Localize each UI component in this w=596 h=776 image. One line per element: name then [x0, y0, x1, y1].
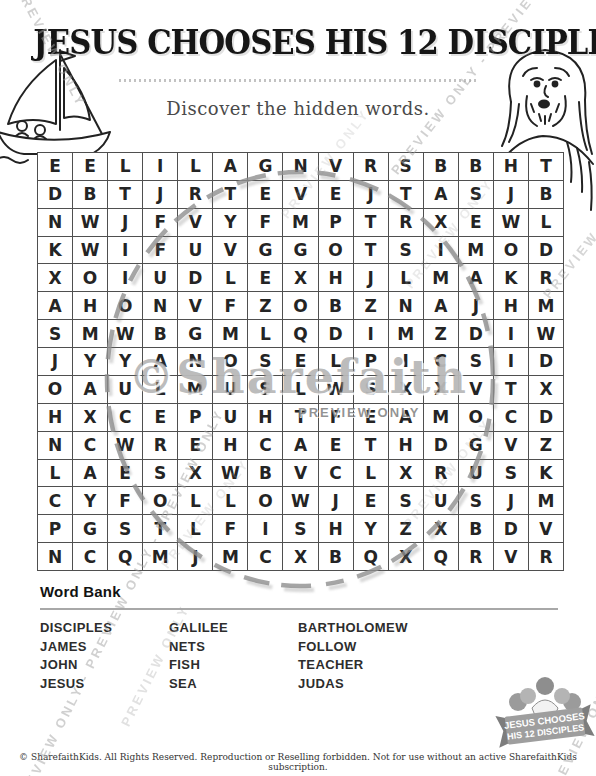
grid-cell-r5c11[interactable]: L [389, 264, 424, 292]
word-teacher[interactable]: TEACHER [298, 656, 408, 675]
grid-cell-r8c5[interactable]: N [178, 348, 213, 376]
grid-cell-r5c14[interactable]: K [494, 264, 529, 292]
grid-cell-r11c13[interactable]: G [459, 432, 494, 460]
grid-cell-r13c3[interactable]: F [108, 487, 143, 515]
grid-cell-r11c12[interactable]: D [424, 432, 459, 460]
grid-cell-r6c13[interactable]: J [459, 292, 494, 320]
grid-cell-r10c8[interactable]: T [283, 404, 318, 432]
grid-cell-r15c5[interactable]: J [178, 543, 213, 571]
grid-cell-r11c14[interactable]: V [494, 432, 529, 460]
grid-cell-r15c12[interactable]: Q [424, 543, 459, 571]
grid-cell-r3c2[interactable]: W [73, 209, 108, 237]
grid-cell-r14c6[interactable]: F [213, 515, 248, 543]
word-james[interactable]: JAMES [40, 638, 169, 657]
grid-cell-r1c8[interactable]: N [283, 153, 318, 181]
grid-cell-r13c7[interactable]: O [248, 487, 283, 515]
grid-cell-r6c9[interactable]: B [319, 292, 354, 320]
grid-cell-r5c6[interactable]: L [213, 264, 248, 292]
grid-cell-r15c8[interactable]: X [283, 543, 318, 571]
grid-cell-r13c11[interactable]: S [389, 487, 424, 515]
grid-cell-r7c5[interactable]: G [178, 320, 213, 348]
worksheet-page: PREVIEW ONLY PREVIEW ONLY - PREVIEW ONLY… [0, 0, 596, 776]
grid-cell-r10c11[interactable]: A [389, 404, 424, 432]
grid-cell-r3c10[interactable]: T [354, 209, 389, 237]
grid-cell-r3c9[interactable]: P [319, 209, 354, 237]
grid-cell-r12c5[interactable]: X [178, 460, 213, 488]
grid-cell-r2c14[interactable]: J [494, 181, 529, 209]
grid-cell-r9c4[interactable]: L [143, 376, 178, 404]
grid-cell-r4c1[interactable]: K [38, 237, 73, 265]
grid-cell-r10c9[interactable]: F [319, 404, 354, 432]
grid-cell-r6c2[interactable]: H [73, 292, 108, 320]
word-fish[interactable]: FISH [169, 656, 298, 675]
grid-cell-r3c5[interactable]: V [178, 209, 213, 237]
dotted-divider [119, 79, 479, 82]
grid-cell-r11c4[interactable]: R [143, 432, 178, 460]
grid-cell-r15c6[interactable]: M [213, 543, 248, 571]
grid-cell-r1c14[interactable]: H [494, 153, 529, 181]
word-search-grid: EELILAGNVRSBBHTDBTJRTEVEJTASJBNWJFVYFMPT… [37, 152, 564, 571]
grid-cell-r7c6[interactable]: M [213, 320, 248, 348]
grid-cell-r11c8[interactable]: A [283, 432, 318, 460]
grid-cell-r7c10[interactable]: I [354, 320, 389, 348]
grid-cell-r2c15[interactable]: B [529, 181, 564, 209]
grid-cell-r15c3[interactable]: Q [108, 543, 143, 571]
grid-cell-r14c2[interactable]: G [73, 515, 108, 543]
grid-cell-r6c14[interactable]: H [494, 292, 529, 320]
grid-cell-r9c6[interactable]: U [213, 376, 248, 404]
grid-cell-r12c6[interactable]: W [213, 460, 248, 488]
grid-cell-r12c8[interactable]: V [283, 460, 318, 488]
grid-cell-r13c10[interactable]: E [354, 487, 389, 515]
grid-cell-r3c15[interactable]: L [529, 209, 564, 237]
grid-cell-r2c10[interactable]: J [354, 181, 389, 209]
grid-cell-r10c12[interactable]: M [424, 404, 459, 432]
grid-cell-r10c6[interactable]: U [213, 404, 248, 432]
grid-cell-r9c15[interactable]: X [529, 376, 564, 404]
grid-cell-r13c12[interactable]: U [424, 487, 459, 515]
grid-cell-r12c15[interactable]: K [529, 460, 564, 488]
grid-cell-r6c10[interactable]: Z [354, 292, 389, 320]
grid-cell-r14c15[interactable]: V [529, 515, 564, 543]
word-bank-section: Word Bank DISCIPLESJAMESJOHNJESUSGALILEE… [40, 583, 558, 693]
grid-cell-r10c10[interactable]: E [354, 404, 389, 432]
grid-cell-r15c14[interactable]: V [494, 543, 529, 571]
grid-cell-r7c1[interactable]: S [38, 320, 73, 348]
grid-cell-r12c1[interactable]: L [38, 460, 73, 488]
word-jesus[interactable]: JESUS [40, 675, 169, 694]
word-bank-heading: Word Bank [40, 583, 558, 600]
grid-cell-r14c12[interactable]: X [424, 515, 459, 543]
grid-cell-r1c13[interactable]: B [459, 153, 494, 181]
grid-cell-r1c2[interactable]: E [73, 153, 108, 181]
grid-cell-r10c15[interactable]: D [529, 404, 564, 432]
copyright-footer: © SharefaithKids. All Rights Reserved. R… [0, 752, 596, 772]
grid-cell-r7c9[interactable]: D [319, 320, 354, 348]
grid-cell-r4c2[interactable]: W [73, 237, 108, 265]
word-bank-rule [40, 608, 558, 610]
grid-cell-r13c5[interactable]: L [178, 487, 213, 515]
grid-cell-r11c7[interactable]: C [248, 432, 283, 460]
grid-cell-r4c11[interactable]: S [389, 237, 424, 265]
grid-cell-r10c14[interactable]: C [494, 404, 529, 432]
grid-cell-r14c3[interactable]: S [108, 515, 143, 543]
grid-cell-r12c14[interactable]: S [494, 460, 529, 488]
grid-cell-r12c9[interactable]: C [319, 460, 354, 488]
grid-cell-r3c13[interactable]: E [459, 209, 494, 237]
grid-cell-r2c9[interactable]: E [319, 181, 354, 209]
grid-cell-r2c6[interactable]: T [213, 181, 248, 209]
grid-cell-r4c8[interactable]: G [283, 237, 318, 265]
grid-cell-r8c15[interactable]: D [529, 348, 564, 376]
grid-cell-r12c13[interactable]: U [459, 460, 494, 488]
grid-cell-r13c6[interactable]: L [213, 487, 248, 515]
grid-cell-r11c5[interactable]: E [178, 432, 213, 460]
grid-cell-r1c9[interactable]: V [319, 153, 354, 181]
word-bartholomew[interactable]: BARTHOLOMEW [298, 619, 408, 638]
grid-cell-r5c3[interactable]: I [108, 264, 143, 292]
grid-cell-r8c1[interactable]: J [38, 348, 73, 376]
grid-cell-r8c12[interactable]: C [424, 348, 459, 376]
grid-cell-r1c5[interactable]: L [178, 153, 213, 181]
grid-cell-r10c3[interactable]: C [108, 404, 143, 432]
grid-cell-r5c15[interactable]: R [529, 264, 564, 292]
word-nets[interactable]: NETS [169, 638, 298, 657]
grid-cell-r13c14[interactable]: J [494, 487, 529, 515]
grid-cell-r7c11[interactable]: M [389, 320, 424, 348]
grid-cell-r5c8[interactable]: X [283, 264, 318, 292]
grid-cell-r15c9[interactable]: B [319, 543, 354, 571]
grid-cell-r13c1[interactable]: C [38, 487, 73, 515]
grid-cell-r11c1[interactable]: N [38, 432, 73, 460]
subtitle: Discover the hidden words. [0, 98, 596, 119]
grid-cell-r2c12[interactable]: A [424, 181, 459, 209]
grid-cell-r1c11[interactable]: S [389, 153, 424, 181]
grid-cell-r9c2[interactable]: A [73, 376, 108, 404]
grid-cell-r8c8[interactable]: E [283, 348, 318, 376]
grid-cell-r4c5[interactable]: U [178, 237, 213, 265]
grid-cell-r10c5[interactable]: P [178, 404, 213, 432]
grid-cell-r10c7[interactable]: H [248, 404, 283, 432]
grid-cell-r6c7[interactable]: Z [248, 292, 283, 320]
grid-cell-r15c2[interactable]: C [73, 543, 108, 571]
grid-cell-r2c11[interactable]: T [389, 181, 424, 209]
grid-cell-r15c11[interactable]: X [389, 543, 424, 571]
grid-cell-r15c13[interactable]: R [459, 543, 494, 571]
grid-cell-r14c8[interactable]: S [283, 515, 318, 543]
grid-cell-r1c1[interactable]: E [38, 153, 73, 181]
grid-cell-r12c7[interactable]: B [248, 460, 283, 488]
grid-cell-r2c3[interactable]: T [108, 181, 143, 209]
grid-cell-r5c9[interactable]: H [319, 264, 354, 292]
grid-cell-r4c13[interactable]: M [459, 237, 494, 265]
grid-cell-r14c9[interactable]: H [319, 515, 354, 543]
grid-cell-r7c7[interactable]: L [248, 320, 283, 348]
grid-cell-r6c15[interactable]: M [529, 292, 564, 320]
grid-cell-r4c15[interactable]: D [529, 237, 564, 265]
grid-cell-r4c6[interactable]: V [213, 237, 248, 265]
grid-cell-r8c9[interactable]: L [319, 348, 354, 376]
grid-cell-r2c2[interactable]: B [73, 181, 108, 209]
grid-cell-r5c12[interactable]: M [424, 264, 459, 292]
grid-cell-r9c7[interactable]: S [248, 376, 283, 404]
grid-cell-r11c15[interactable]: Z [529, 432, 564, 460]
grid-cell-r9c1[interactable]: O [38, 376, 73, 404]
grid-cell-r8c2[interactable]: Y [73, 348, 108, 376]
grid-cell-r12c3[interactable]: E [108, 460, 143, 488]
grid-cell-r15c15[interactable]: R [529, 543, 564, 571]
grid-cell-r9c3[interactable]: U [108, 376, 143, 404]
grid-cell-r4c12[interactable]: I [424, 237, 459, 265]
grid-cell-r14c14[interactable]: D [494, 515, 529, 543]
grid-cell-r2c7[interactable]: E [248, 181, 283, 209]
grid-cell-r4c4[interactable]: F [143, 237, 178, 265]
grid-cell-r4c7[interactable]: G [248, 237, 283, 265]
word-bank-column-3: BARTHOLOMEWFOLLOWTEACHERJUDAS [298, 619, 408, 693]
grid-cell-r9c14[interactable]: T [494, 376, 529, 404]
grid-cell-r13c8[interactable]: W [283, 487, 318, 515]
grid-cell-r3c3[interactable]: J [108, 209, 143, 237]
grid-cell-r12c4[interactable]: S [143, 460, 178, 488]
grid-cell-r11c2[interactable]: C [73, 432, 108, 460]
grid-cell-r6c11[interactable]: N [389, 292, 424, 320]
grid-cell-r8c14[interactable]: I [494, 348, 529, 376]
grid-cell-r4c9[interactable]: O [319, 237, 354, 265]
grid-cell-r7c13[interactable]: D [459, 320, 494, 348]
grid-cell-r6c12[interactable]: A [424, 292, 459, 320]
grid-cell-r14c4[interactable]: T [143, 515, 178, 543]
grid-cell-r1c7[interactable]: G [248, 153, 283, 181]
word-bank-column-1: DISCIPLESJAMESJOHNJESUS [40, 619, 169, 693]
grid-cell-r5c4[interactable]: U [143, 264, 178, 292]
grid-cell-r10c1[interactable]: H [38, 404, 73, 432]
grid-cell-r5c1[interactable]: X [38, 264, 73, 292]
grid-cell-r7c8[interactable]: Q [283, 320, 318, 348]
grid-cell-r5c2[interactable]: O [73, 264, 108, 292]
grid-cell-r5c10[interactable]: J [354, 264, 389, 292]
grid-cell-r1c15[interactable]: T [529, 153, 564, 181]
grid-cell-r15c4[interactable]: M [143, 543, 178, 571]
grid-cell-r11c3[interactable]: W [108, 432, 143, 460]
grid-cell-r14c1[interactable]: P [38, 515, 73, 543]
grid-cell-r6c6[interactable]: F [213, 292, 248, 320]
grid-cell-r15c10[interactable]: Q [354, 543, 389, 571]
grid-cell-r14c5[interactable]: L [178, 515, 213, 543]
grid-cell-r10c2[interactable]: X [73, 404, 108, 432]
grid-cell-r12c12[interactable]: R [424, 460, 459, 488]
grid-cell-r11c11[interactable]: H [389, 432, 424, 460]
sharefaith-kids-badge: JESUS CHOOSES HIS 12 DISCIPLES [494, 674, 596, 752]
grid-cell-r9c10[interactable]: S [354, 376, 389, 404]
grid-cell-r8c10[interactable]: P [354, 348, 389, 376]
grid-cell-r13c13[interactable]: S [459, 487, 494, 515]
word-john[interactable]: JOHN [40, 656, 169, 675]
grid-cell-r6c1[interactable]: A [38, 292, 73, 320]
grid-cell-r9c12[interactable]: X [424, 376, 459, 404]
grid-cell-r14c10[interactable]: Y [354, 515, 389, 543]
grid-cell-r7c15[interactable]: W [529, 320, 564, 348]
grid-cell-r3c4[interactable]: F [143, 209, 178, 237]
grid-cell-r7c14[interactable]: I [494, 320, 529, 348]
word-sea[interactable]: SEA [169, 675, 298, 694]
grid-cell-r15c1[interactable]: N [38, 543, 73, 571]
grid-cell-r6c4[interactable]: N [143, 292, 178, 320]
grid-cell-r4c14[interactable]: O [494, 237, 529, 265]
grid-cell-r13c4[interactable]: O [143, 487, 178, 515]
grid-cell-r5c13[interactable]: A [459, 264, 494, 292]
word-bank-column-2: GALILEENETSFISHSEA [169, 619, 298, 693]
grid-cell-r7c2[interactable]: M [73, 320, 108, 348]
grid-cell-r14c13[interactable]: B [459, 515, 494, 543]
grid-cell-r4c10[interactable]: T [354, 237, 389, 265]
grid-cell-r8c6[interactable]: O [213, 348, 248, 376]
grid-cell-r3c11[interactable]: R [389, 209, 424, 237]
grid-cell-r2c1[interactable]: D [38, 181, 73, 209]
grid-cell-r2c4[interactable]: J [143, 181, 178, 209]
grid-cell-r5c7[interactable]: E [248, 264, 283, 292]
word-galilee[interactable]: GALILEE [169, 619, 298, 638]
grid-cell-r3c1[interactable]: N [38, 209, 73, 237]
grid-cell-r1c12[interactable]: B [424, 153, 459, 181]
grid-cell-r11c10[interactable]: T [354, 432, 389, 460]
grid-cell-r7c3[interactable]: W [108, 320, 143, 348]
grid-cell-r6c8[interactable]: O [283, 292, 318, 320]
word-bank-columns: DISCIPLESJAMESJOHNJESUSGALILEENETSFISHSE… [40, 619, 558, 693]
grid-cell-r3c12[interactable]: X [424, 209, 459, 237]
grid-cell-r1c4[interactable]: I [143, 153, 178, 181]
grid-cell-r15c7[interactable]: C [248, 543, 283, 571]
grid-cell-r12c2[interactable]: A [73, 460, 108, 488]
grid-cell-r1c3[interactable]: L [108, 153, 143, 181]
word-disciples[interactable]: DISCIPLES [40, 619, 169, 638]
grid-cell-r9c5[interactable]: M [178, 376, 213, 404]
grid-cell-r10c13[interactable]: O [459, 404, 494, 432]
grid-cell-r3c6[interactable]: Y [213, 209, 248, 237]
grid-cell-r8c4[interactable]: A [143, 348, 178, 376]
grid-cell-r3c8[interactable]: M [283, 209, 318, 237]
grid-cell-r2c8[interactable]: V [283, 181, 318, 209]
grid-cell-r13c2[interactable]: Y [73, 487, 108, 515]
grid-cell-r7c4[interactable]: B [143, 320, 178, 348]
grid-cell-r8c13[interactable]: S [459, 348, 494, 376]
page-title: JESUS CHOOSES HIS 12 DISCIPLES [33, 22, 596, 62]
grid-cell-r9c9[interactable]: W [319, 376, 354, 404]
grid-cell-r6c3[interactable]: O [108, 292, 143, 320]
grid-cell-r11c9[interactable]: E [319, 432, 354, 460]
grid-cell-r12c11[interactable]: X [389, 460, 424, 488]
grid-cell-r13c9[interactable]: J [319, 487, 354, 515]
grid-cell-r2c13[interactable]: S [459, 181, 494, 209]
grid-cell-r6c5[interactable]: V [178, 292, 213, 320]
grid-cell-r9c11[interactable]: X [389, 376, 424, 404]
word-follow[interactable]: FOLLOW [298, 638, 408, 657]
grid-cell-r8c11[interactable]: I [389, 348, 424, 376]
grid-cell-r1c6[interactable]: A [213, 153, 248, 181]
grid-cell-r5c5[interactable]: D [178, 264, 213, 292]
word-judas[interactable]: JUDAS [298, 675, 408, 694]
grid-cell-r14c11[interactable]: Z [389, 515, 424, 543]
grid-cell-r1c10[interactable]: R [354, 153, 389, 181]
grid-cell-r11c6[interactable]: H [213, 432, 248, 460]
grid-cell-r13c15[interactable]: M [529, 487, 564, 515]
grid-cell-r14c7[interactable]: I [248, 515, 283, 543]
grid-cell-r3c14[interactable]: W [494, 209, 529, 237]
grid-cell-r2c5[interactable]: R [178, 181, 213, 209]
grid-cell-r12c10[interactable]: L [354, 460, 389, 488]
grid-cell-r10c4[interactable]: E [143, 404, 178, 432]
grid-cell-r9c8[interactable]: L [283, 376, 318, 404]
grid-cell-r8c7[interactable]: S [248, 348, 283, 376]
grid-cell-r9c13[interactable]: V [459, 376, 494, 404]
grid-cell-r7c12[interactable]: Z [424, 320, 459, 348]
grid-cell-r3c7[interactable]: F [248, 209, 283, 237]
grid-cell-r4c3[interactable]: I [108, 237, 143, 265]
grid-cell-r8c3[interactable]: Y [108, 348, 143, 376]
